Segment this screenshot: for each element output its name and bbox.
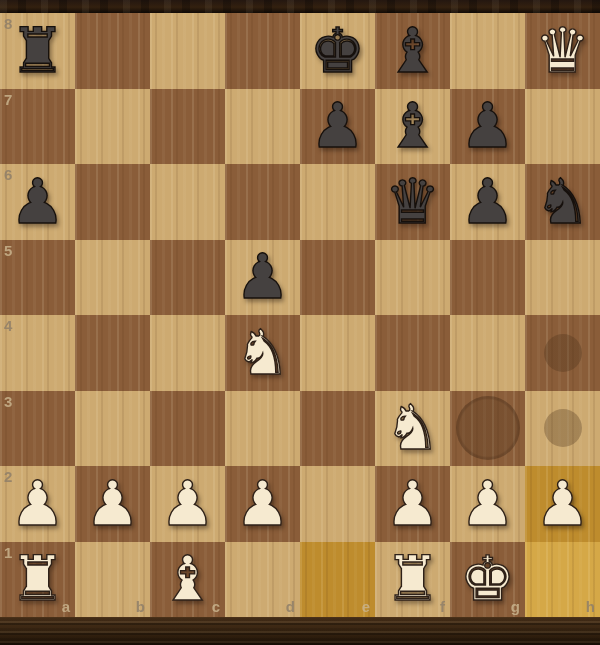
square-b8[interactable] xyxy=(75,13,150,89)
rank-label-7: 7 xyxy=(4,91,12,108)
move-hint-circle-h4 xyxy=(544,334,582,372)
square-c1[interactable]: c♝ xyxy=(150,542,225,618)
square-b3[interactable] xyxy=(75,391,150,467)
piece-white-pawn[interactable]: ♟ xyxy=(375,466,450,542)
board-frame-top xyxy=(0,0,600,13)
piece-white-bishop[interactable]: ♝ xyxy=(150,542,225,618)
square-b1[interactable]: b xyxy=(75,542,150,618)
square-d5[interactable]: ♟ xyxy=(225,240,300,316)
square-b5[interactable] xyxy=(75,240,150,316)
piece-white-pawn[interactable]: ♟ xyxy=(150,466,225,542)
square-f5[interactable] xyxy=(375,240,450,316)
piece-black-rook[interactable]: ♜ xyxy=(0,13,75,89)
square-e1[interactable]: e xyxy=(300,542,375,618)
square-a8[interactable]: 8♜ xyxy=(0,13,75,89)
board-frame-bottom xyxy=(0,617,600,645)
file-label-b: b xyxy=(136,598,145,615)
piece-white-rook[interactable]: ♜ xyxy=(375,542,450,618)
square-d6[interactable] xyxy=(225,164,300,240)
piece-white-knight[interactable]: ♞ xyxy=(225,315,300,391)
piece-white-pawn[interactable]: ♟ xyxy=(525,466,600,542)
piece-black-pawn[interactable]: ♟ xyxy=(0,164,75,240)
piece-black-pawn[interactable]: ♟ xyxy=(450,89,525,165)
square-f4[interactable] xyxy=(375,315,450,391)
piece-white-pawn[interactable]: ♟ xyxy=(75,466,150,542)
square-f6[interactable]: ♛ xyxy=(375,164,450,240)
rank-label-5: 5 xyxy=(4,242,12,259)
square-g1[interactable]: g♚ xyxy=(450,542,525,618)
square-f8[interactable]: ♝ xyxy=(375,13,450,89)
square-c2[interactable]: ♟ xyxy=(150,466,225,542)
square-d4[interactable]: ♞ xyxy=(225,315,300,391)
square-b7[interactable] xyxy=(75,89,150,165)
piece-black-pawn[interactable]: ♟ xyxy=(225,240,300,316)
square-d7[interactable] xyxy=(225,89,300,165)
piece-black-bishop[interactable]: ♝ xyxy=(375,89,450,165)
square-g2[interactable]: ♟ xyxy=(450,466,525,542)
square-a1[interactable]: 1a♜ xyxy=(0,542,75,618)
square-f7[interactable]: ♝ xyxy=(375,89,450,165)
square-h7[interactable] xyxy=(525,89,600,165)
piece-black-pawn[interactable]: ♟ xyxy=(300,89,375,165)
square-e4[interactable] xyxy=(300,315,375,391)
square-b6[interactable] xyxy=(75,164,150,240)
piece-black-king[interactable]: ♚ xyxy=(300,13,375,89)
file-label-d: d xyxy=(286,598,295,615)
square-d3[interactable] xyxy=(225,391,300,467)
piece-white-pawn[interactable]: ♟ xyxy=(450,466,525,542)
square-b2[interactable]: ♟ xyxy=(75,466,150,542)
file-label-h: h xyxy=(586,598,595,615)
square-g6[interactable]: ♟ xyxy=(450,164,525,240)
move-hint-circle-g3 xyxy=(456,396,520,460)
square-a5[interactable]: 5 xyxy=(0,240,75,316)
piece-black-pawn[interactable]: ♟ xyxy=(450,164,525,240)
chess-app: 8♜♚♝♛7♟♝♟6♟♛♟♞5♟4♞3♞2♟♟♟♟♟♟♟1a♜bc♝def♜g♚… xyxy=(0,0,600,645)
chess-board[interactable]: 8♜♚♝♛7♟♝♟6♟♛♟♞5♟4♞3♞2♟♟♟♟♟♟♟1a♜bc♝def♜g♚… xyxy=(0,13,600,617)
square-c5[interactable] xyxy=(150,240,225,316)
piece-black-bishop[interactable]: ♝ xyxy=(375,13,450,89)
square-a4[interactable]: 4 xyxy=(0,315,75,391)
square-f2[interactable]: ♟ xyxy=(375,466,450,542)
square-a7[interactable]: 7 xyxy=(0,89,75,165)
square-g5[interactable] xyxy=(450,240,525,316)
square-h1[interactable]: h xyxy=(525,542,600,618)
square-b4[interactable] xyxy=(75,315,150,391)
move-hint-circle-h3 xyxy=(544,409,582,447)
square-a2[interactable]: 2♟ xyxy=(0,466,75,542)
piece-white-knight[interactable]: ♞ xyxy=(375,391,450,467)
piece-black-queen[interactable]: ♛ xyxy=(375,164,450,240)
square-c4[interactable] xyxy=(150,315,225,391)
square-e6[interactable] xyxy=(300,164,375,240)
square-e2[interactable] xyxy=(300,466,375,542)
square-h2[interactable]: ♟ xyxy=(525,466,600,542)
square-c3[interactable] xyxy=(150,391,225,467)
square-h3[interactable] xyxy=(525,391,600,467)
square-d8[interactable] xyxy=(225,13,300,89)
square-f3[interactable]: ♞ xyxy=(375,391,450,467)
square-g4[interactable] xyxy=(450,315,525,391)
square-e7[interactable]: ♟ xyxy=(300,89,375,165)
square-h5[interactable] xyxy=(525,240,600,316)
square-d1[interactable]: d xyxy=(225,542,300,618)
piece-white-pawn[interactable]: ♟ xyxy=(225,466,300,542)
square-a6[interactable]: 6♟ xyxy=(0,164,75,240)
square-g7[interactable]: ♟ xyxy=(450,89,525,165)
rank-label-3: 3 xyxy=(4,393,12,410)
square-e8[interactable]: ♚ xyxy=(300,13,375,89)
piece-white-rook[interactable]: ♜ xyxy=(0,542,75,618)
rank-label-4: 4 xyxy=(4,317,12,334)
square-a3[interactable]: 3 xyxy=(0,391,75,467)
piece-white-king[interactable]: ♚ xyxy=(450,542,525,618)
square-e3[interactable] xyxy=(300,391,375,467)
square-d2[interactable]: ♟ xyxy=(225,466,300,542)
piece-white-queen[interactable]: ♛ xyxy=(525,13,600,89)
square-c7[interactable] xyxy=(150,89,225,165)
square-c8[interactable] xyxy=(150,13,225,89)
piece-black-knight[interactable]: ♞ xyxy=(525,164,600,240)
square-e5[interactable] xyxy=(300,240,375,316)
square-h4[interactable] xyxy=(525,315,600,391)
square-c6[interactable] xyxy=(150,164,225,240)
square-h8[interactable]: ♛ xyxy=(525,13,600,89)
piece-white-pawn[interactable]: ♟ xyxy=(0,466,75,542)
square-f1[interactable]: f♜ xyxy=(375,542,450,618)
square-h6[interactable]: ♞ xyxy=(525,164,600,240)
square-g3[interactable] xyxy=(450,391,525,467)
square-g8[interactable] xyxy=(450,13,525,89)
file-label-e: e xyxy=(362,598,370,615)
